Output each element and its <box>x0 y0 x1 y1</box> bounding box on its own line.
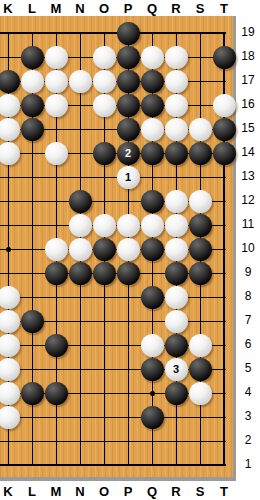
move-number-3: 3 <box>165 358 188 381</box>
black-stone-R4[interactable] <box>165 382 188 405</box>
white-stone-N10[interactable] <box>69 238 92 261</box>
row-label-3: 3 <box>236 409 260 423</box>
column-label-N-bottom: N <box>68 484 92 499</box>
white-stone-L17[interactable] <box>21 70 44 93</box>
black-stone-P17[interactable] <box>117 70 140 93</box>
grid-hline-2 <box>0 441 226 442</box>
white-stone-R10[interactable] <box>165 238 188 261</box>
white-stone-S4[interactable] <box>189 382 212 405</box>
grid-hline-8 <box>0 297 226 298</box>
go-diagram: KLMNOPQRST 213 1918171615141312111098765… <box>0 0 260 500</box>
white-stone-T16[interactable] <box>213 94 236 117</box>
white-stone-K7[interactable] <box>0 310 20 333</box>
black-stone-N9[interactable] <box>69 262 92 285</box>
column-label-O-bottom: O <box>92 484 116 499</box>
star-point-K10 <box>6 247 11 252</box>
move-number-2: 2 <box>117 142 140 165</box>
white-stone-M14[interactable] <box>45 142 68 165</box>
column-label-Q-bottom: Q <box>140 484 164 499</box>
white-stone-S12[interactable] <box>189 190 212 213</box>
row-label-6: 6 <box>236 337 260 351</box>
column-label-Q-top: Q <box>140 1 164 16</box>
black-stone-O14[interactable] <box>93 142 116 165</box>
white-stone-R16[interactable] <box>165 94 188 117</box>
black-stone-M6[interactable] <box>45 334 68 357</box>
grid-hline-19 <box>0 32 226 34</box>
star-point-Q4 <box>150 391 155 396</box>
row-label-19: 19 <box>236 25 260 39</box>
white-stone-R8[interactable] <box>165 286 188 309</box>
black-stone-P15[interactable] <box>117 118 140 141</box>
black-stone-N12[interactable] <box>69 190 92 213</box>
white-stone-K3[interactable] <box>0 406 20 429</box>
white-stone-K8[interactable] <box>0 286 20 309</box>
white-stone-M16[interactable] <box>45 94 68 117</box>
black-stone-Q10[interactable] <box>141 238 164 261</box>
black-stone-L15[interactable] <box>21 118 44 141</box>
black-stone-Q3[interactable] <box>141 406 164 429</box>
grid-hline-13 <box>0 177 226 178</box>
white-stone-K5[interactable] <box>0 358 20 381</box>
white-stone-P10[interactable] <box>117 238 140 261</box>
row-label-5: 5 <box>236 361 260 375</box>
column-label-K-top: K <box>0 1 20 16</box>
column-label-S-bottom: S <box>188 484 212 499</box>
row-label-17: 17 <box>236 73 260 87</box>
black-stone-P19[interactable] <box>117 22 140 45</box>
column-label-T-top: T <box>212 1 236 16</box>
black-stone-Q8[interactable] <box>141 286 164 309</box>
white-stone-K6[interactable] <box>0 334 20 357</box>
column-label-L-bottom: L <box>20 484 44 499</box>
white-stone-K16[interactable] <box>0 94 20 117</box>
column-label-R-bottom: R <box>164 484 188 499</box>
white-stone-Q11[interactable] <box>141 214 164 237</box>
white-stone-R12[interactable] <box>165 190 188 213</box>
column-label-P-top: P <box>116 1 140 16</box>
black-stone-P14[interactable]: 2 <box>117 142 140 165</box>
row-label-14: 14 <box>236 145 260 159</box>
white-stone-R7[interactable] <box>165 310 188 333</box>
white-stone-R15[interactable] <box>165 118 188 141</box>
column-label-K-bottom: K <box>0 484 20 499</box>
row-label-9: 9 <box>236 265 260 279</box>
black-stone-Q16[interactable] <box>141 94 164 117</box>
row-label-13: 13 <box>236 169 260 183</box>
row-label-18: 18 <box>236 49 260 63</box>
white-stone-P11[interactable] <box>117 214 140 237</box>
white-stone-S6[interactable] <box>189 334 212 357</box>
white-stone-O16[interactable] <box>93 94 116 117</box>
black-stone-S14[interactable] <box>189 142 212 165</box>
black-stone-L4[interactable] <box>21 382 44 405</box>
column-label-N-top: N <box>68 1 92 16</box>
white-stone-N17[interactable] <box>69 70 92 93</box>
white-stone-M17[interactable] <box>45 70 68 93</box>
white-stone-R5[interactable]: 3 <box>165 358 188 381</box>
black-stone-P9[interactable] <box>117 262 140 285</box>
row-label-7: 7 <box>236 313 260 327</box>
white-stone-Q15[interactable] <box>141 118 164 141</box>
go-board[interactable]: 213 <box>0 16 236 481</box>
move-number-1: 1 <box>117 166 140 189</box>
column-label-O-top: O <box>92 1 116 16</box>
grid-hline-3 <box>0 417 226 418</box>
black-stone-T18[interactable] <box>213 46 236 69</box>
black-stone-R6[interactable] <box>165 334 188 357</box>
white-stone-K15[interactable] <box>0 118 20 141</box>
white-stone-R17[interactable] <box>165 70 188 93</box>
white-stone-O18[interactable] <box>93 46 116 69</box>
row-label-16: 16 <box>236 97 260 111</box>
white-stone-O11[interactable] <box>93 214 116 237</box>
black-stone-R14[interactable] <box>165 142 188 165</box>
black-stone-S5[interactable] <box>189 358 212 381</box>
white-stone-O17[interactable] <box>93 70 116 93</box>
white-stone-R18[interactable] <box>165 46 188 69</box>
row-label-11: 11 <box>236 217 260 231</box>
black-stone-P16[interactable] <box>117 94 140 117</box>
white-stone-P13[interactable]: 1 <box>117 166 140 189</box>
black-stone-M9[interactable] <box>45 262 68 285</box>
black-stone-Q12[interactable] <box>141 190 164 213</box>
white-stone-R11[interactable] <box>165 214 188 237</box>
white-stone-N11[interactable] <box>69 214 92 237</box>
black-stone-T14[interactable] <box>213 142 236 165</box>
column-label-P-bottom: P <box>116 484 140 499</box>
black-stone-Q5[interactable] <box>141 358 164 381</box>
black-stone-S10[interactable] <box>189 238 212 261</box>
column-label-M-top: M <box>44 1 68 16</box>
black-stone-S9[interactable] <box>189 262 212 285</box>
white-stone-K14[interactable] <box>0 142 20 165</box>
row-label-12: 12 <box>236 193 260 207</box>
black-stone-R9[interactable] <box>165 262 188 285</box>
row-label-2: 2 <box>236 433 260 447</box>
column-label-S-top: S <box>188 1 212 16</box>
column-label-L-top: L <box>20 1 44 16</box>
white-stone-K4[interactable] <box>0 382 20 405</box>
column-label-T-bottom: T <box>212 484 236 499</box>
black-stone-Q14[interactable] <box>141 142 164 165</box>
column-label-M-bottom: M <box>44 484 68 499</box>
white-stone-M10[interactable] <box>45 238 68 261</box>
row-label-15: 15 <box>236 121 260 135</box>
column-label-R-top: R <box>164 1 188 16</box>
white-stone-S15[interactable] <box>189 118 212 141</box>
row-label-1: 1 <box>236 457 260 471</box>
black-stone-L16[interactable] <box>21 94 44 117</box>
black-stone-L18[interactable] <box>21 46 44 69</box>
white-stone-M18[interactable] <box>45 46 68 69</box>
row-label-10: 10 <box>236 241 260 255</box>
black-stone-P18[interactable] <box>117 46 140 69</box>
row-label-4: 4 <box>236 385 260 399</box>
black-stone-Q17[interactable] <box>141 70 164 93</box>
black-stone-L7[interactable] <box>21 310 44 333</box>
black-stone-M4[interactable] <box>45 382 68 405</box>
black-stone-K17[interactable] <box>0 70 20 93</box>
black-stone-O10[interactable] <box>93 238 116 261</box>
black-stone-S11[interactable] <box>189 214 212 237</box>
white-stone-Q18[interactable] <box>141 46 164 69</box>
white-stone-Q6[interactable] <box>141 334 164 357</box>
black-stone-O9[interactable] <box>93 262 116 285</box>
row-label-8: 8 <box>236 289 260 303</box>
black-stone-T15[interactable] <box>213 118 236 141</box>
grid-hline-1 <box>0 464 226 466</box>
